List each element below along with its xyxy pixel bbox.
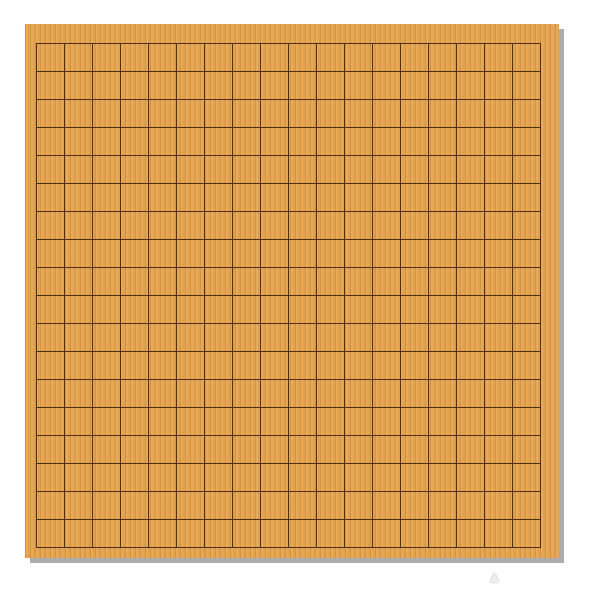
goban[interactable]: ▲ <box>25 24 559 558</box>
go-diagram-page: ▲ <box>0 0 589 589</box>
grid-lines <box>36 43 541 548</box>
watermark-logo-icon: ▲ <box>487 569 502 584</box>
watermark: ▲ <box>487 569 505 584</box>
